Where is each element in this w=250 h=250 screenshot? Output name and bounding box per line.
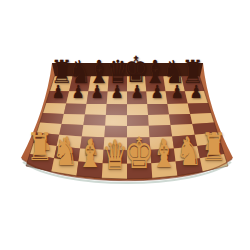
board-graphic: [0, 0, 250, 250]
chess-board: ♜♞♝♛♚♝♞♜♟♟♟♟♟♟♟♟♟♟♟♟♟♟♟♟♜♞♝♛♚♝♞♜: [0, 0, 250, 250]
back-rim: [52, 63, 203, 77]
square-h5: [190, 113, 214, 124]
square-g8: [163, 76, 185, 91]
square-d1: [102, 163, 127, 179]
square-e1: [127, 163, 152, 179]
light-haze: [35, 82, 191, 162]
square-h6: [188, 103, 211, 114]
chess-set-photo: ♜♞♝♛♚♝♞♜♟♟♟♟♟♟♟♟♟♟♟♟♟♟♟♟♜♞♝♛♚♝♞♜: [0, 0, 250, 250]
